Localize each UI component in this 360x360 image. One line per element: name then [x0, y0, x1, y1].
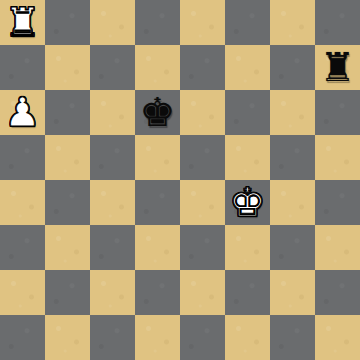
square-e4[interactable]: [180, 180, 225, 225]
square-d1[interactable]: [135, 315, 180, 360]
square-f1[interactable]: [225, 315, 270, 360]
square-f3[interactable]: [225, 225, 270, 270]
square-c6[interactable]: [90, 90, 135, 135]
square-e6[interactable]: [180, 90, 225, 135]
square-c5[interactable]: [90, 135, 135, 180]
square-b1[interactable]: [45, 315, 90, 360]
square-a7[interactable]: [0, 45, 45, 90]
black-king[interactable]: ♚: [140, 90, 176, 135]
square-a1[interactable]: [0, 315, 45, 360]
square-h6[interactable]: [315, 90, 360, 135]
square-d6[interactable]: ♚: [135, 90, 180, 135]
square-b5[interactable]: [45, 135, 90, 180]
black-rook[interactable]: ♜: [320, 45, 356, 90]
square-d8[interactable]: [135, 0, 180, 45]
square-f5[interactable]: [225, 135, 270, 180]
white-pawn[interactable]: ♟: [5, 90, 41, 135]
square-b2[interactable]: [45, 270, 90, 315]
square-e3[interactable]: [180, 225, 225, 270]
square-g8[interactable]: [270, 0, 315, 45]
square-b6[interactable]: [45, 90, 90, 135]
square-f8[interactable]: [225, 0, 270, 45]
square-e5[interactable]: [180, 135, 225, 180]
square-c3[interactable]: [90, 225, 135, 270]
square-e1[interactable]: [180, 315, 225, 360]
square-h5[interactable]: [315, 135, 360, 180]
square-h3[interactable]: [315, 225, 360, 270]
chess-board: ♜♜♟♚♚: [0, 0, 360, 360]
square-c7[interactable]: [90, 45, 135, 90]
square-g4[interactable]: [270, 180, 315, 225]
square-c1[interactable]: [90, 315, 135, 360]
square-e7[interactable]: [180, 45, 225, 90]
square-a8[interactable]: ♜: [0, 0, 45, 45]
square-e8[interactable]: [180, 0, 225, 45]
square-g7[interactable]: [270, 45, 315, 90]
square-f6[interactable]: [225, 90, 270, 135]
square-d2[interactable]: [135, 270, 180, 315]
square-e2[interactable]: [180, 270, 225, 315]
square-c2[interactable]: [90, 270, 135, 315]
square-d7[interactable]: [135, 45, 180, 90]
white-king[interactable]: ♚: [230, 180, 266, 225]
square-g2[interactable]: [270, 270, 315, 315]
square-h1[interactable]: [315, 315, 360, 360]
square-h7[interactable]: ♜: [315, 45, 360, 90]
square-a3[interactable]: [0, 225, 45, 270]
square-f7[interactable]: [225, 45, 270, 90]
square-c8[interactable]: [90, 0, 135, 45]
square-h2[interactable]: [315, 270, 360, 315]
square-h8[interactable]: [315, 0, 360, 45]
square-d3[interactable]: [135, 225, 180, 270]
square-a4[interactable]: [0, 180, 45, 225]
square-d5[interactable]: [135, 135, 180, 180]
square-b4[interactable]: [45, 180, 90, 225]
square-g5[interactable]: [270, 135, 315, 180]
square-a2[interactable]: [0, 270, 45, 315]
square-d4[interactable]: [135, 180, 180, 225]
square-a6[interactable]: ♟: [0, 90, 45, 135]
white-rook[interactable]: ♜: [5, 0, 41, 45]
square-g3[interactable]: [270, 225, 315, 270]
square-h4[interactable]: [315, 180, 360, 225]
square-c4[interactable]: [90, 180, 135, 225]
square-a5[interactable]: [0, 135, 45, 180]
square-g6[interactable]: [270, 90, 315, 135]
square-b3[interactable]: [45, 225, 90, 270]
square-b8[interactable]: [45, 0, 90, 45]
square-g1[interactable]: [270, 315, 315, 360]
square-f4[interactable]: ♚: [225, 180, 270, 225]
square-b7[interactable]: [45, 45, 90, 90]
square-f2[interactable]: [225, 270, 270, 315]
